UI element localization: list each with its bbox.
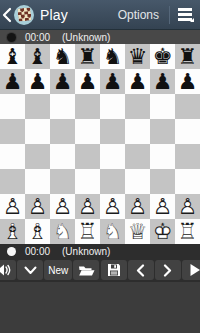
black-pawn: ♟ [125, 69, 150, 94]
square-b3[interactable] [25, 169, 50, 194]
square-d1[interactable]: ♜♖ [75, 219, 100, 244]
chevron-right-icon [163, 264, 172, 277]
square-e7[interactable]: ♟ [100, 69, 125, 94]
white-player-name: (Unknown) [62, 246, 110, 257]
square-c3[interactable] [50, 169, 75, 194]
square-f6[interactable] [125, 94, 150, 119]
white-pawn: ♟ [50, 194, 75, 219]
white-knight: ♞ [100, 219, 125, 244]
square-h7[interactable]: ♟ [175, 69, 200, 94]
square-g8[interactable]: ♚ [150, 44, 175, 69]
white-rook-outline: ♖ [75, 219, 100, 244]
save-icon [107, 263, 121, 277]
white-rook: ♜ [75, 219, 100, 244]
square-d6[interactable] [75, 94, 100, 119]
overflow-menu-corner [190, 18, 194, 22]
black-pawn: ♟ [100, 69, 125, 94]
checkerboard-logo [17, 7, 31, 21]
white-pawn: ♟ [25, 194, 50, 219]
square-h2[interactable]: ♟♙ [175, 194, 200, 219]
white-pawn-outline: ♙ [150, 194, 175, 219]
black-king: ♚ [150, 44, 175, 69]
square-g6[interactable] [150, 94, 175, 119]
white-player-row: 00:00 (Unknown) [0, 244, 200, 258]
new-game-label: New [44, 265, 72, 276]
white-rook-outline: ♖ [175, 219, 200, 244]
black-knight: ♞ [100, 44, 125, 69]
square-e8[interactable]: ♞ [100, 44, 125, 69]
chess-app-icon [14, 5, 34, 25]
square-g2[interactable]: ♟♙ [150, 194, 175, 219]
black-player-row: 00:00 (Unknown) [0, 30, 200, 44]
white-pawn-outline: ♙ [175, 194, 200, 219]
play-icon [189, 263, 200, 277]
save-game-button[interactable] [101, 260, 127, 280]
empty-area [0, 282, 200, 333]
overflow-menu-button[interactable] [170, 0, 200, 29]
white-color-icon [7, 247, 16, 256]
square-h4[interactable] [175, 144, 200, 169]
square-b5[interactable] [25, 119, 50, 144]
white-king-outline: ♔ [150, 219, 175, 244]
square-d5[interactable] [75, 119, 100, 144]
auto-play-button[interactable] [182, 260, 200, 280]
black-pawn: ♟ [150, 69, 175, 94]
page-title: Play [40, 7, 68, 23]
white-pawn: ♟ [150, 194, 175, 219]
white-bishop-outline: ♗ [0, 219, 25, 244]
square-a6[interactable] [0, 94, 25, 119]
square-b1[interactable]: ♝♗ [25, 219, 50, 244]
black-rook: ♜ [75, 44, 100, 69]
square-a3[interactable] [0, 169, 25, 194]
move-back-button[interactable] [128, 260, 154, 280]
open-game-button[interactable] [73, 260, 99, 280]
white-pawn-outline: ♙ [75, 194, 100, 219]
square-f1[interactable]: ♛♕ [125, 219, 150, 244]
black-clock: 00:00 [25, 32, 50, 43]
white-queen-outline: ♕ [125, 219, 150, 244]
square-e1[interactable]: ♞♘ [100, 219, 125, 244]
square-g3[interactable] [150, 169, 175, 194]
speaker-icon [0, 263, 11, 277]
square-b6[interactable] [25, 94, 50, 119]
square-b4[interactable] [25, 144, 50, 169]
square-d4[interactable] [75, 144, 100, 169]
square-b7[interactable]: ♟ [25, 69, 50, 94]
white-rook: ♜ [175, 219, 200, 244]
square-g1[interactable]: ♚♔ [150, 219, 175, 244]
white-knight-outline: ♘ [100, 219, 125, 244]
square-h6[interactable] [175, 94, 200, 119]
square-d3[interactable] [75, 169, 100, 194]
white-king: ♚ [150, 219, 175, 244]
white-bishop: ♝ [0, 219, 25, 244]
square-e5[interactable] [100, 119, 125, 144]
square-h1[interactable]: ♜♖ [175, 219, 200, 244]
black-bishop: ♝ [0, 44, 25, 69]
white-pawn: ♟ [175, 194, 200, 219]
black-bishop: ♝ [25, 44, 50, 69]
folder-icon [78, 264, 95, 277]
square-g4[interactable] [150, 144, 175, 169]
square-e4[interactable] [100, 144, 125, 169]
black-pawn: ♟ [25, 69, 50, 94]
square-a7[interactable]: ♟ [0, 69, 25, 94]
white-bishop: ♝ [25, 219, 50, 244]
square-c6[interactable] [50, 94, 75, 119]
square-c5[interactable] [50, 119, 75, 144]
black-color-icon [7, 33, 16, 42]
back-chevron-icon [2, 7, 12, 23]
black-player-name: (Unknown) [62, 32, 110, 43]
square-f7[interactable]: ♟ [125, 69, 150, 94]
new-game-button[interactable]: New [44, 260, 72, 280]
square-a1[interactable]: ♝♗ [0, 219, 25, 244]
white-bishop-outline: ♗ [25, 219, 50, 244]
black-rook: ♜ [175, 44, 200, 69]
square-c7[interactable]: ♟ [50, 69, 75, 94]
square-f8[interactable]: ♛ [125, 44, 150, 69]
white-pawn-outline: ♙ [125, 194, 150, 219]
square-c8[interactable]: ♞ [50, 44, 75, 69]
chevron-left-icon [136, 264, 145, 277]
black-pawn: ♟ [50, 69, 75, 94]
square-f4[interactable] [125, 144, 150, 169]
square-a8[interactable]: ♝ [0, 44, 25, 69]
square-h3[interactable] [175, 169, 200, 194]
square-e3[interactable] [100, 169, 125, 194]
black-pawn: ♟ [175, 69, 200, 94]
white-pawn: ♟ [0, 194, 25, 219]
square-c4[interactable] [50, 144, 75, 169]
white-pawn-outline: ♙ [25, 194, 50, 219]
white-clock: 00:00 [25, 246, 50, 257]
square-h5[interactable] [175, 119, 200, 144]
white-pawn-outline: ♙ [100, 194, 125, 219]
volume-button[interactable] [0, 260, 16, 280]
square-d8[interactable]: ♜ [75, 44, 100, 69]
black-knight: ♞ [50, 44, 75, 69]
black-pawn: ♟ [75, 69, 100, 94]
square-g5[interactable] [150, 119, 175, 144]
square-b8[interactable]: ♝ [25, 44, 50, 69]
square-a5[interactable] [0, 119, 25, 144]
chevron-down-icon [24, 266, 37, 275]
game-toolbar: New [0, 258, 200, 282]
square-b2[interactable]: ♟♙ [25, 194, 50, 219]
chess-app: Play Options 00:00 (Unknown) ♝♝♞♜♞♛♚♜♟♟♟… [0, 0, 200, 333]
collapse-button[interactable] [17, 260, 43, 280]
white-pawn: ♟ [125, 194, 150, 219]
black-pawn: ♟ [0, 69, 25, 94]
back-button[interactable] [0, 0, 14, 29]
square-a4[interactable] [0, 144, 25, 169]
white-pawn-outline: ♙ [50, 194, 75, 219]
square-a2[interactable]: ♟♙ [0, 194, 25, 219]
options-button[interactable]: Options [108, 0, 169, 29]
square-h8[interactable]: ♜ [175, 44, 200, 69]
white-knight: ♞ [50, 219, 75, 244]
square-c1[interactable]: ♞♘ [50, 219, 75, 244]
square-f3[interactable] [125, 169, 150, 194]
square-e2[interactable]: ♟♙ [100, 194, 125, 219]
white-knight-outline: ♘ [50, 219, 75, 244]
square-f5[interactable] [125, 119, 150, 144]
move-forward-button[interactable] [155, 260, 181, 280]
square-e6[interactable] [100, 94, 125, 119]
white-pawn-outline: ♙ [0, 194, 25, 219]
square-f2[interactable]: ♟♙ [125, 194, 150, 219]
square-g7[interactable]: ♟ [150, 69, 175, 94]
square-d2[interactable]: ♟♙ [75, 194, 100, 219]
square-d7[interactable]: ♟ [75, 69, 100, 94]
white-pawn: ♟ [75, 194, 100, 219]
chess-board: ♝♝♞♜♞♛♚♜♟♟♟♟♟♟♟♟♟♙♟♙♟♙♟♙♟♙♟♙♟♙♟♙♝♗♝♗♞♘♜♖… [0, 44, 200, 244]
white-queen: ♛ [125, 219, 150, 244]
black-queen: ♛ [125, 44, 150, 69]
action-bar: Play Options [0, 0, 200, 30]
white-pawn: ♟ [100, 194, 125, 219]
square-c2[interactable]: ♟♙ [50, 194, 75, 219]
